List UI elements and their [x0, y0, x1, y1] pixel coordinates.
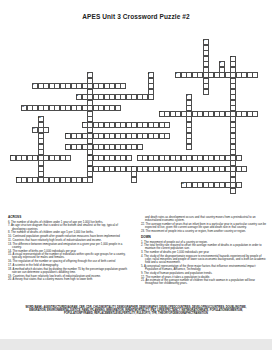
clue: 21. An estimate of the average number of… — [141, 279, 267, 285]
grid-cell — [148, 94, 154, 100]
grid-cell — [164, 133, 170, 139]
clue-number: 3 — [220, 62, 221, 64]
clue: 13. The difference between immigration a… — [8, 243, 132, 249]
clue-number: 21 — [132, 166, 135, 168]
grid-cell — [115, 105, 121, 111]
grid-cell — [236, 182, 242, 188]
clue-number: 15 — [66, 133, 69, 135]
grid-cell — [120, 83, 126, 89]
clue-number: 9 — [187, 95, 188, 97]
clue-number: 16 — [66, 144, 69, 146]
grid-cell — [65, 155, 71, 161]
down-clues-list: 1. The movement of people out of a count… — [141, 241, 267, 286]
clue-number: 14 — [33, 128, 36, 130]
grid-cell — [203, 89, 209, 95]
clue-number: 22 — [16, 177, 19, 179]
page-edge — [0, 339, 272, 350]
across-clues-right: 22. The average number of years that an … — [141, 223, 267, 233]
grid-cell — [236, 155, 242, 161]
clue-number: 13 — [82, 122, 85, 124]
grid-cell — [126, 155, 132, 161]
across-header: ACROSS — [8, 216, 132, 219]
clue-number: 12 — [38, 117, 41, 119]
clue-number: 19 — [137, 155, 140, 157]
grid-cell — [252, 72, 258, 78]
grid-cell — [241, 166, 247, 172]
clue-number: 4 — [88, 73, 89, 75]
grid-cell — [137, 144, 143, 150]
right-clues-column: and death rates as development occurs an… — [141, 216, 267, 286]
clue-number: 23 — [181, 183, 184, 185]
clue-number: 18 — [88, 155, 91, 157]
page-title: APES Unit 3 Crossword Puzzle #2 — [0, 13, 272, 20]
clue-number: 6 — [176, 73, 177, 75]
clue-number: 10 — [22, 106, 25, 108]
word-bank: WORD BANK: AGESTRUCTUREDIAGRAM, CBR, CDR… — [18, 306, 254, 316]
across-clues-list: 6. The number of deaths of children unde… — [8, 221, 132, 282]
clue-number: 1 — [203, 40, 204, 42]
grid-cell — [186, 144, 192, 150]
clue: 20. A theory that states that a country … — [8, 278, 132, 281]
clue-number: 17 — [11, 155, 14, 157]
clue-number: 5 — [148, 73, 149, 75]
down-header: DOWN — [141, 236, 267, 239]
crossword-grid: 6781011131415161718192022231234591221 — [10, 39, 258, 194]
clue: 23. The movement of people into a countr… — [141, 230, 267, 233]
grid-cell — [43, 127, 49, 133]
clue-number: 20 — [88, 166, 91, 168]
clue-number: 7 — [33, 84, 34, 86]
grid-cell — [230, 188, 236, 194]
clue-number: 8 — [77, 95, 78, 97]
grid-cell — [252, 111, 258, 117]
across-clues-column: ACROSS 6. The number of deaths of childr… — [8, 216, 132, 282]
grid-cell — [131, 177, 137, 183]
word-bank-words: AGESTRUCTUREDIAGRAM, CBR, CDR, CHILDMORT… — [29, 306, 246, 315]
grid-cell — [164, 122, 170, 128]
clue-number: 2 — [231, 56, 232, 58]
grid-cell — [87, 177, 93, 183]
clue: 4. The study of the disproportionate exp… — [141, 255, 267, 264]
clue-number: 11 — [159, 111, 162, 113]
